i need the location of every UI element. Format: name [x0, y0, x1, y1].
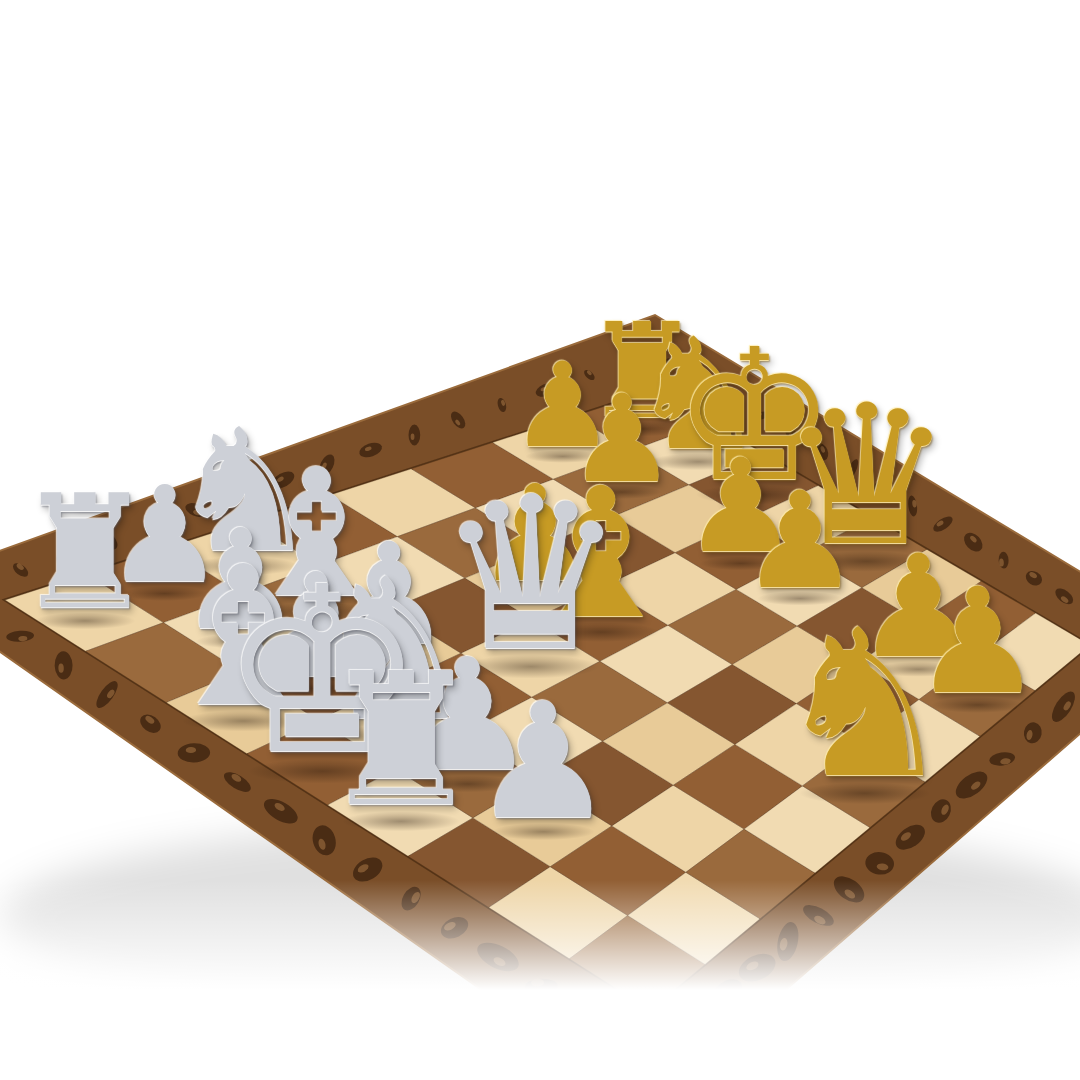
rook-glyph: ♜	[15, 474, 156, 631]
piece-black-knight-h5[interactable]: ♞	[773, 603, 956, 807]
piece-white-rook-e1[interactable]: ♜	[319, 649, 484, 833]
frame-carving-motif	[409, 425, 421, 446]
photo-canvas: ♜♟♞♟♚♛♟♞♟♟♟♝♜♝♟♟♛♟♟♟♝♞♚♟♞♜♟	[0, 0, 1080, 1080]
knight-glyph: ♞	[773, 603, 956, 807]
piece-white-pawn-f2[interactable]: ♟	[471, 682, 615, 842]
piece-white-rook-a1[interactable]: ♜	[15, 474, 156, 631]
pawn-glyph: ♟	[471, 682, 615, 842]
rook-glyph: ♜	[319, 649, 484, 833]
